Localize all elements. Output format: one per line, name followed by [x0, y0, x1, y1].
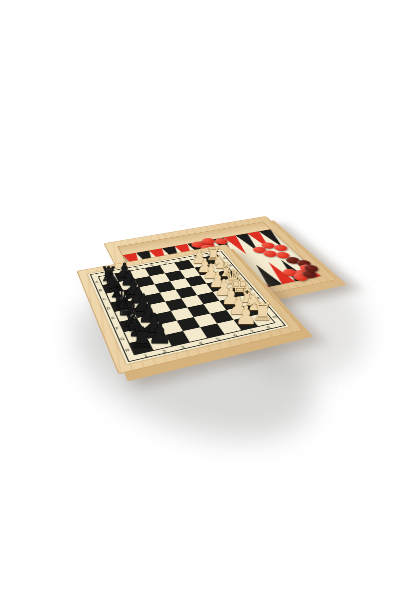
board-square	[194, 314, 217, 328]
board-square	[235, 294, 258, 306]
piece-anchor	[199, 263, 200, 264]
coord-label-letter: E	[110, 316, 115, 320]
piece-anchor	[238, 313, 239, 314]
coord-label-number: 1	[104, 272, 108, 275]
board-square	[120, 318, 143, 332]
coord-label-number: 5	[215, 337, 220, 341]
piece-anchor	[112, 288, 113, 289]
coord-label-letter: C	[235, 271, 240, 274]
coord-label-number: 6	[178, 258, 182, 261]
piece-anchor	[108, 280, 109, 281]
piece-anchor	[133, 293, 134, 294]
coord-label-letter: F	[115, 326, 119, 330]
board-square	[115, 308, 137, 321]
coord-label-number: 7	[193, 256, 197, 259]
coord-label-letter: A	[222, 257, 227, 260]
coord-label-number: 4	[149, 264, 153, 267]
board-square	[137, 314, 160, 328]
piece-anchor	[117, 296, 118, 297]
coord-label-number: 3	[180, 345, 185, 349]
piece-anchor	[223, 295, 224, 296]
coord-label-number: 2	[119, 269, 123, 272]
coord-label-letter: G	[119, 336, 125, 340]
piece-anchor	[213, 260, 214, 261]
coord-label-letter: D	[241, 279, 246, 282]
board-square	[217, 320, 241, 334]
board-square	[210, 310, 234, 323]
coord-label-letter: H	[272, 315, 278, 319]
coord-label-number: 1	[143, 354, 148, 358]
coord-label-letter: C	[102, 297, 107, 300]
board-square	[165, 331, 189, 346]
piece-anchor	[204, 270, 205, 271]
board-square	[160, 321, 183, 335]
coord-label-letter: B	[228, 264, 233, 267]
coord-label-number: 8	[207, 253, 211, 256]
coord-label-number: 6	[232, 333, 237, 337]
piece-anchor	[211, 278, 212, 279]
board-square	[200, 323, 224, 337]
piece-anchor	[136, 336, 137, 337]
piece-anchor	[225, 275, 226, 276]
coord-label-number: 4	[198, 341, 203, 345]
piece-anchor	[239, 292, 240, 293]
piece-anchor	[232, 283, 233, 284]
coord-label-letter: F	[256, 296, 261, 299]
piece-anchor	[121, 306, 122, 307]
coord-label-letter: H	[124, 348, 130, 352]
coord-label-number: 3	[134, 266, 138, 269]
board-square	[234, 316, 258, 330]
piece-anchor	[148, 321, 149, 322]
piece-anchor	[246, 301, 247, 302]
piece-anchor	[130, 325, 131, 326]
board-square	[124, 328, 147, 343]
piece-anchor	[141, 347, 142, 348]
piece-anchor	[128, 285, 129, 286]
piece-anchor	[217, 286, 218, 287]
piece-anchor	[159, 343, 160, 344]
board-square	[183, 327, 207, 342]
piece-anchor	[219, 267, 220, 268]
piece-anchor	[262, 320, 263, 321]
coord-label-number: 5	[164, 261, 168, 264]
piece-anchor	[124, 277, 125, 278]
coord-label-letter: D	[106, 306, 111, 310]
board-square	[242, 303, 266, 316]
piece-anchor	[126, 315, 127, 316]
piece-anchor	[230, 304, 231, 305]
board-square	[226, 307, 250, 320]
board-square	[111, 299, 132, 312]
piece-anchor	[153, 332, 154, 333]
coord-label-letter: E	[249, 288, 254, 291]
product-photo-board-game-box: 11AA22BB33CC44DD55EE66FF77GG88HH ♜♟♟♜♞♟♟…	[0, 0, 400, 600]
coord-label-number: 7	[249, 329, 255, 333]
piece-anchor	[245, 323, 246, 324]
coord-label-number: 8	[266, 326, 272, 330]
board-square	[177, 317, 200, 331]
board-square	[129, 339, 153, 355]
coord-label-number: 2	[162, 349, 167, 353]
piece-anchor	[254, 310, 255, 311]
coord-label-letter: A	[94, 280, 98, 283]
board-square	[148, 335, 172, 350]
coord-label-letter: G	[263, 305, 269, 309]
board-square	[250, 313, 274, 327]
board-square	[142, 324, 165, 338]
coord-label-letter: B	[98, 288, 102, 291]
